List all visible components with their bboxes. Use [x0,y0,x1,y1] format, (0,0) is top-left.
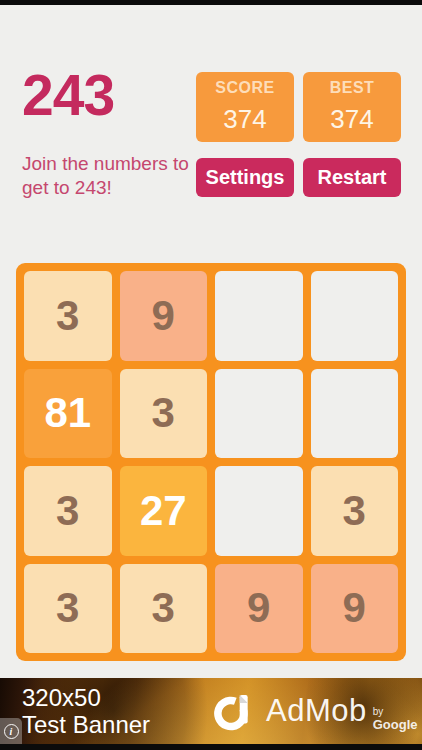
ad-size-text: 320x50 [22,684,150,711]
score-value: 374 [223,104,266,135]
tile-27: 27 [120,466,208,556]
tile-3: 3 [24,466,112,556]
admob-icon [212,686,254,736]
tile-9: 9 [215,564,303,654]
tile-9: 9 [120,271,208,361]
best-score-box: BEST 374 [303,72,401,142]
empty-cell [215,369,303,459]
ad-info-badge[interactable]: i [0,718,22,744]
ad-banner[interactable]: 320x50 Test Banner AdMob by Google i [0,678,422,744]
restart-button[interactable]: Restart [303,158,401,197]
tile-3: 3 [311,466,399,556]
score-box: SCORE 374 [196,72,294,142]
tile-9: 9 [311,564,399,654]
status-bar [0,0,422,5]
tile-81: 81 [24,369,112,459]
admob-by-text: by [373,706,384,717]
empty-cell [215,271,303,361]
tile-3: 3 [24,564,112,654]
best-label: BEST [330,79,375,97]
empty-cell [311,271,399,361]
ad-text-block: 320x50 Test Banner [22,684,150,738]
empty-cell [311,369,399,459]
score-label: SCORE [215,79,274,97]
admob-logo-group: AdMob by Google [212,686,422,736]
goal-subtitle: Join the numbers to get to 243! [22,152,197,200]
app-screen: 243 Join the numbers to get to 243! SCOR… [0,0,422,750]
ad-name-text: Test Banner [22,711,150,738]
admob-byline: by Google [373,706,422,732]
google-wordmark: Google [373,717,418,732]
app-title: 243 [22,62,114,128]
tile-3: 3 [120,369,208,459]
admob-wordmark: AdMob [266,693,367,729]
empty-cell [215,466,303,556]
board[interactable]: 3981332733399 [16,263,406,661]
info-icon: i [4,724,19,739]
tile-3: 3 [24,271,112,361]
settings-button[interactable]: Settings [196,158,294,197]
tile-3: 3 [120,564,208,654]
bottom-edge-bar [0,744,422,750]
best-value: 374 [330,104,373,135]
